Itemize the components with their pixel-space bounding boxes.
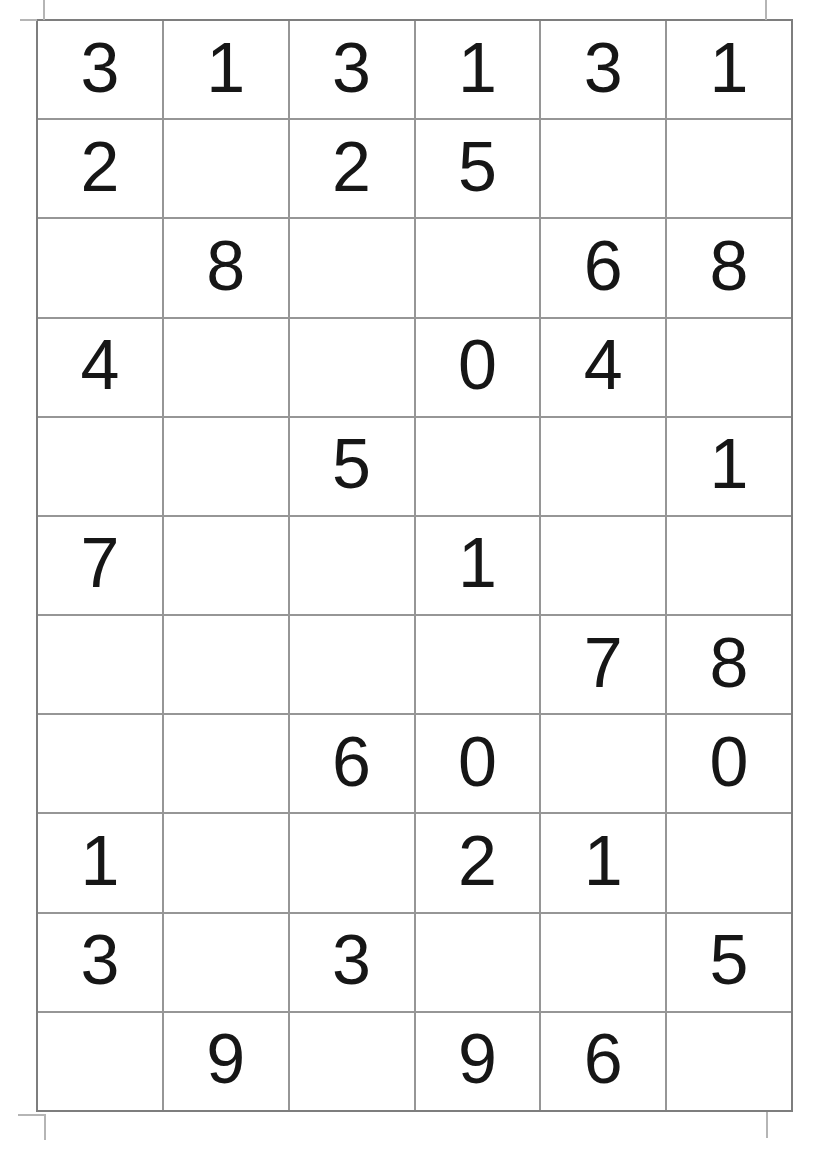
grid-cell-r1c2[interactable]: 1 [164, 21, 288, 118]
grid-cell-r7c6[interactable]: 8 [667, 616, 791, 713]
page-corner-mark-top-left-horizontal [20, 19, 37, 21]
grid-cell-r9c4[interactable]: 2 [416, 814, 540, 911]
grid-cell-r5c3[interactable]: 5 [290, 418, 414, 515]
grid-cell-r11c4[interactable]: 9 [416, 1013, 540, 1110]
grid-cell-r6c4[interactable]: 1 [416, 517, 540, 614]
grid-cell-r2c1[interactable]: 2 [38, 120, 162, 217]
grid-cell-r8c5[interactable] [541, 715, 665, 812]
grid-cell-r7c4[interactable] [416, 616, 540, 713]
grid-cell-r5c2[interactable] [164, 418, 288, 515]
grid-cell-r11c2[interactable]: 9 [164, 1013, 288, 1110]
grid-cell-r3c1[interactable] [38, 219, 162, 316]
grid-cell-r1c1[interactable]: 3 [38, 21, 162, 118]
grid-cell-r9c3[interactable] [290, 814, 414, 911]
grid-cell-r4c5[interactable]: 4 [541, 319, 665, 416]
page-corner-mark-bottom-left-vertical [44, 1114, 46, 1140]
grid-cell-r4c1[interactable]: 4 [38, 319, 162, 416]
grid-cell-r4c6[interactable] [667, 319, 791, 416]
grid-cell-r11c3[interactable] [290, 1013, 414, 1110]
grid-cell-r10c4[interactable] [416, 914, 540, 1011]
page-corner-mark-bottom-right-vertical [766, 1112, 768, 1138]
grid-cell-r8c6[interactable]: 0 [667, 715, 791, 812]
grid-cell-r1c6[interactable]: 1 [667, 21, 791, 118]
grid-cell-r6c3[interactable] [290, 517, 414, 614]
grid-cell-r4c3[interactable] [290, 319, 414, 416]
grid-cell-r9c5[interactable]: 1 [541, 814, 665, 911]
grid-cell-r8c2[interactable] [164, 715, 288, 812]
page-corner-mark-top-left-vertical [43, 0, 45, 20]
grid-cell-r3c5[interactable]: 6 [541, 219, 665, 316]
grid-cell-r6c1[interactable]: 7 [38, 517, 162, 614]
grid-cell-r3c6[interactable]: 8 [667, 219, 791, 316]
grid-cell-r8c4[interactable]: 0 [416, 715, 540, 812]
grid-cell-r7c5[interactable]: 7 [541, 616, 665, 713]
grid-cell-r1c3[interactable]: 3 [290, 21, 414, 118]
grid-cell-r2c3[interactable]: 2 [290, 120, 414, 217]
grid-cell-r5c5[interactable] [541, 418, 665, 515]
grid-cell-r7c2[interactable] [164, 616, 288, 713]
grid-cell-r1c5[interactable]: 3 [541, 21, 665, 118]
grid-cell-r5c6[interactable]: 1 [667, 418, 791, 515]
grid-cell-r11c5[interactable]: 6 [541, 1013, 665, 1110]
grid-cell-r9c6[interactable] [667, 814, 791, 911]
grid-cell-r10c5[interactable] [541, 914, 665, 1011]
grid-cell-r6c5[interactable] [541, 517, 665, 614]
grid-cell-r2c4[interactable]: 5 [416, 120, 540, 217]
grid-cell-r10c2[interactable] [164, 914, 288, 1011]
grid-cell-r10c1[interactable]: 3 [38, 914, 162, 1011]
grid-cell-r5c4[interactable] [416, 418, 540, 515]
grid-cell-r8c3[interactable]: 6 [290, 715, 414, 812]
grid-cell-r3c2[interactable]: 8 [164, 219, 288, 316]
grid-cell-r6c2[interactable] [164, 517, 288, 614]
grid-cell-r4c4[interactable]: 0 [416, 319, 540, 416]
grid-cell-r3c3[interactable] [290, 219, 414, 316]
grid-cell-r7c3[interactable] [290, 616, 414, 713]
grid-cell-r6c6[interactable] [667, 517, 791, 614]
grid-cell-r2c5[interactable] [541, 120, 665, 217]
grid-cell-r10c6[interactable]: 5 [667, 914, 791, 1011]
grid-cell-r9c1[interactable]: 1 [38, 814, 162, 911]
grid-cell-r2c2[interactable] [164, 120, 288, 217]
grid-cell-r11c1[interactable] [38, 1013, 162, 1110]
grid-cell-r10c3[interactable]: 3 [290, 914, 414, 1011]
grid-cell-r3c4[interactable] [416, 219, 540, 316]
grid-cell-r7c1[interactable] [38, 616, 162, 713]
grid-cell-r2c6[interactable] [667, 120, 791, 217]
grid-cell-r1c4[interactable]: 1 [416, 21, 540, 118]
grid-cell-r5c1[interactable] [38, 418, 162, 515]
page-corner-mark-bottom-left-horizontal [18, 1114, 46, 1116]
grid-cell-r4c2[interactable] [164, 319, 288, 416]
grid-cell-r11c6[interactable] [667, 1013, 791, 1110]
grid-cell-r8c1[interactable] [38, 715, 162, 812]
number-grid-board: 313131225868404517178600121335996 [36, 19, 793, 1112]
grid-cell-r9c2[interactable] [164, 814, 288, 911]
page-corner-mark-top-right-vertical [765, 0, 767, 20]
